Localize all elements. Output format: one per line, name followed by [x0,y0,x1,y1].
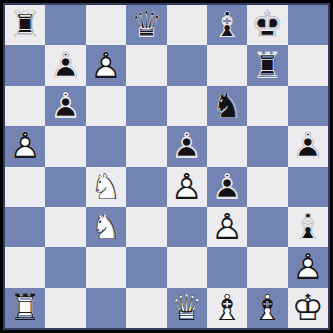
piece-white-queen[interactable]: ♛♕ [167,288,207,328]
piece-black-rook[interactable]: ♜♖ [247,45,287,85]
white-pawn-glyph-outline: ♙ [171,167,203,207]
chessboard-inner-border: ♜♖♛♕♝♗♚♔♟♙♟♙♜♖♟♙♞♘♟♙♟♙♟♙♞♘♟♙♟♙♞♘♟♙♝♗♟♙♜♖… [3,3,330,330]
square-e6[interactable] [167,86,207,126]
piece-black-bishop[interactable]: ♝♗ [207,5,247,45]
square-e4[interactable]: ♟♙ [167,167,207,207]
square-e2[interactable] [167,247,207,287]
square-h1[interactable]: ♚♔ [288,288,328,328]
square-d6[interactable] [126,86,166,126]
square-a3[interactable] [5,207,45,247]
piece-black-bishop[interactable]: ♝♗ [288,207,328,247]
square-e5[interactable]: ♟♙ [167,126,207,166]
piece-white-king[interactable]: ♚♔ [288,288,328,328]
square-c1[interactable] [86,288,126,328]
square-c6[interactable] [86,86,126,126]
square-a5[interactable]: ♟♙ [5,126,45,166]
square-e1[interactable]: ♛♕ [167,288,207,328]
square-c5[interactable] [86,126,126,166]
square-e8[interactable] [167,5,207,45]
square-h2[interactable]: ♟♙ [288,247,328,287]
piece-white-pawn[interactable]: ♟♙ [167,167,207,207]
piece-black-pawn[interactable]: ♟♙ [45,86,85,126]
black-pawn-glyph-outline: ♙ [171,126,203,166]
square-h5[interactable]: ♟♙ [288,126,328,166]
piece-black-pawn[interactable]: ♟♙ [207,167,247,207]
square-c8[interactable] [86,5,126,45]
square-h8[interactable] [288,5,328,45]
piece-black-pawn[interactable]: ♟♙ [45,45,85,85]
white-knight-glyph-outline: ♘ [90,207,122,247]
square-d5[interactable] [126,126,166,166]
square-f4[interactable]: ♟♙ [207,167,247,207]
square-c7[interactable]: ♟♙ [86,45,126,85]
piece-black-queen[interactable]: ♛♕ [126,5,166,45]
piece-white-knight[interactable]: ♞♘ [86,207,126,247]
white-queen-glyph-outline: ♕ [171,288,203,328]
piece-white-rook[interactable]: ♜♖ [5,288,45,328]
square-a4[interactable] [5,167,45,207]
black-rook-glyph-outline: ♖ [9,5,41,45]
square-c4[interactable]: ♞♘ [86,167,126,207]
piece-white-bishop[interactable]: ♝♗ [247,288,287,328]
square-g8[interactable]: ♚♔ [247,5,287,45]
square-a6[interactable] [5,86,45,126]
square-b5[interactable] [45,126,85,166]
black-pawn-glyph-outline: ♙ [49,46,81,86]
square-f5[interactable] [207,126,247,166]
square-b4[interactable] [45,167,85,207]
square-g6[interactable] [247,86,287,126]
black-pawn-glyph-outline: ♙ [292,126,324,166]
white-pawn-glyph-outline: ♙ [211,207,243,247]
square-d4[interactable] [126,167,166,207]
white-rook-glyph-outline: ♖ [9,288,41,328]
black-king-glyph-outline: ♔ [251,5,283,45]
square-h7[interactable] [288,45,328,85]
square-h4[interactable] [288,167,328,207]
square-a1[interactable]: ♜♖ [5,288,45,328]
piece-white-pawn[interactable]: ♟♙ [86,45,126,85]
chessboard-frame: ♜♖♛♕♝♗♚♔♟♙♟♙♜♖♟♙♞♘♟♙♟♙♟♙♞♘♟♙♟♙♞♘♟♙♝♗♟♙♜♖… [0,0,333,333]
square-g2[interactable] [247,247,287,287]
black-bishop-glyph-outline: ♗ [292,207,324,247]
piece-black-pawn[interactable]: ♟♙ [288,126,328,166]
square-d8[interactable]: ♛♕ [126,5,166,45]
piece-white-pawn[interactable]: ♟♙ [288,247,328,287]
square-h6[interactable] [288,86,328,126]
square-a2[interactable] [5,247,45,287]
white-knight-glyph-outline: ♘ [90,167,122,207]
white-bishop-glyph-outline: ♗ [251,288,283,328]
piece-black-king[interactable]: ♚♔ [247,5,287,45]
white-king-glyph-outline: ♔ [292,288,324,328]
black-bishop-glyph-outline: ♗ [211,5,243,45]
piece-white-knight[interactable]: ♞♘ [86,167,126,207]
square-b2[interactable] [45,247,85,287]
square-b8[interactable] [45,5,85,45]
square-d2[interactable] [126,247,166,287]
black-knight-glyph-outline: ♘ [211,86,243,126]
chessboard: ♜♖♛♕♝♗♚♔♟♙♟♙♜♖♟♙♞♘♟♙♟♙♟♙♞♘♟♙♟♙♞♘♟♙♝♗♟♙♜♖… [5,5,328,328]
square-c2[interactable] [86,247,126,287]
square-b1[interactable] [45,288,85,328]
square-f7[interactable] [207,45,247,85]
piece-black-pawn[interactable]: ♟♙ [167,126,207,166]
white-pawn-glyph-outline: ♙ [90,46,122,86]
square-e7[interactable] [167,45,207,85]
square-a8[interactable]: ♜♖ [5,5,45,45]
square-b7[interactable]: ♟♙ [45,45,85,85]
black-pawn-glyph-outline: ♙ [49,86,81,126]
white-bishop-glyph-outline: ♗ [211,288,243,328]
black-pawn-glyph-outline: ♙ [211,167,243,207]
piece-black-knight[interactable]: ♞♘ [207,86,247,126]
white-pawn-glyph-outline: ♙ [9,126,41,166]
square-g1[interactable]: ♝♗ [247,288,287,328]
square-g3[interactable] [247,207,287,247]
square-e3[interactable] [167,207,207,247]
square-f2[interactable] [207,247,247,287]
square-c3[interactable]: ♞♘ [86,207,126,247]
square-b3[interactable] [45,207,85,247]
square-a7[interactable] [5,45,45,85]
square-d3[interactable] [126,207,166,247]
square-b6[interactable]: ♟♙ [45,86,85,126]
square-g4[interactable] [247,167,287,207]
square-f8[interactable]: ♝♗ [207,5,247,45]
piece-white-pawn[interactable]: ♟♙ [5,126,45,166]
square-f6[interactable]: ♞♘ [207,86,247,126]
white-pawn-glyph-outline: ♙ [292,247,324,287]
black-queen-glyph-outline: ♕ [130,5,162,45]
black-rook-glyph-outline: ♖ [251,46,283,86]
square-d7[interactable] [126,45,166,85]
square-h3[interactable]: ♝♗ [288,207,328,247]
square-g5[interactable] [247,126,287,166]
piece-black-rook[interactable]: ♜♖ [5,5,45,45]
piece-white-bishop[interactable]: ♝♗ [207,288,247,328]
square-f1[interactable]: ♝♗ [207,288,247,328]
piece-white-pawn[interactable]: ♟♙ [207,207,247,247]
square-f3[interactable]: ♟♙ [207,207,247,247]
square-d1[interactable] [126,288,166,328]
square-g7[interactable]: ♜♖ [247,45,287,85]
